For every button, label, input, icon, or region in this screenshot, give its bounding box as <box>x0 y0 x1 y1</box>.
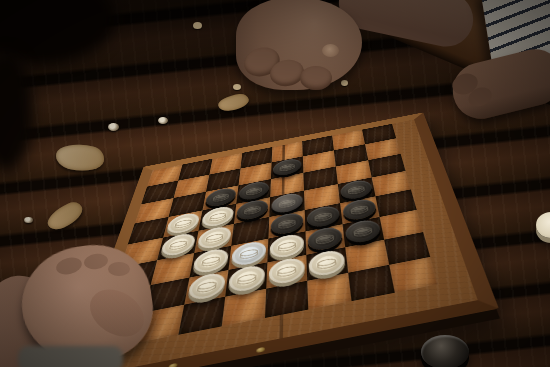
hinge-pin <box>168 363 177 367</box>
near-player-knuckle <box>108 262 130 276</box>
photo-stage: ⛂⛂⛂⛀⛀⛂⛂⛂⛀⛀⛂⛂⛂⛀⛀⛀⛂⛂⛀⛀⛀⛀ <box>0 0 550 367</box>
leaf-crumb <box>193 22 202 29</box>
leaf-crumb <box>341 80 348 86</box>
captured-black-checker[interactable] <box>421 335 469 367</box>
table-screw-glint <box>108 123 119 131</box>
square-h1[interactable] <box>389 257 438 293</box>
hinge-pin <box>256 347 265 353</box>
top-player-finger <box>300 66 332 90</box>
table-screw-glint <box>158 117 168 124</box>
table-screw-glint <box>24 217 33 223</box>
near-player-sleeve <box>18 346 123 367</box>
square-f1[interactable] <box>307 273 351 310</box>
square-g1[interactable] <box>348 265 395 301</box>
top-player-thumbnail <box>322 44 339 57</box>
leaf-crumb <box>233 84 241 90</box>
